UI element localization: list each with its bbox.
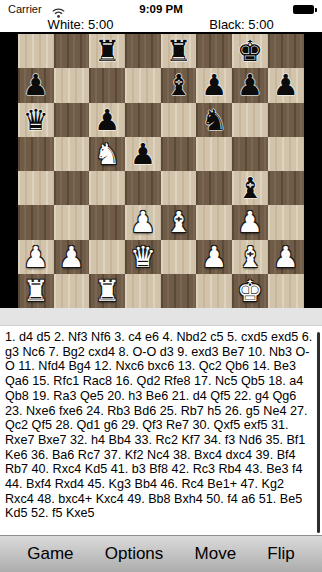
square-a1[interactable]: ♜ [18,274,54,308]
white-pawn: ♟ [23,240,49,274]
black-king: ♚ [237,34,263,68]
black-pawn: ♟ [237,68,263,102]
square-b8[interactable] [54,34,90,68]
square-h2[interactable]: ♟ [268,240,304,274]
square-b7[interactable] [54,68,90,102]
game-button[interactable]: Game [23,544,77,564]
square-f5[interactable] [196,137,232,171]
square-e7[interactable]: ♝ [161,68,197,102]
square-f3[interactable] [196,205,232,239]
black-knight: ♞ [201,103,227,137]
square-d4[interactable] [125,171,161,205]
white-bishop: ♝ [237,240,263,274]
white-queen: ♛ [130,240,156,274]
white-pawn: ♟ [273,240,299,274]
square-g4[interactable]: ♝ [232,171,268,205]
black-rook: ♜ [166,34,192,68]
black-queen: ♛ [23,103,49,137]
square-h7[interactable]: ♟ [268,68,304,102]
square-f4[interactable] [196,171,232,205]
white-pawn: ♟ [237,205,263,239]
black-clock: Black: 5:00 [161,18,322,32]
square-d8[interactable] [125,34,161,68]
white-pawn: ♟ [130,205,156,239]
square-b3[interactable] [54,205,90,239]
battery-icon [293,5,314,14]
square-a3[interactable] [18,205,54,239]
square-e3[interactable]: ♝ [161,205,197,239]
black-pawn: ♟ [130,137,156,171]
board-moves-divider [0,308,322,326]
black-pawn: ♟ [94,103,120,137]
square-h6[interactable] [268,103,304,137]
square-h4[interactable] [268,171,304,205]
square-a8[interactable] [18,34,54,68]
chess-board[interactable]: ♜♜♚♟♝♟♟♟♛♟♞♞♟♝♟♝♟♟♟♛♟♝♟♜♜♚ [18,34,304,308]
white-clock: White: 5:00 [0,18,161,32]
square-e2[interactable] [161,240,197,274]
black-pawn: ♟ [273,68,299,102]
square-c4[interactable] [89,171,125,205]
square-g7[interactable]: ♟ [232,68,268,102]
status-time: 9:09 PM [0,3,322,15]
clock-row: White: 5:00 Black: 5:00 [0,18,322,32]
flip-button[interactable]: Flip [263,544,298,564]
square-f8[interactable] [196,34,232,68]
black-pawn: ♟ [23,68,49,102]
square-e1[interactable] [161,274,197,308]
square-f7[interactable]: ♟ [196,68,232,102]
square-g8[interactable]: ♚ [232,34,268,68]
square-a4[interactable] [18,171,54,205]
square-c1[interactable]: ♜ [89,274,125,308]
square-b2[interactable]: ♟ [54,240,90,274]
white-bishop: ♝ [166,205,192,239]
square-b4[interactable] [54,171,90,205]
white-king: ♚ [237,274,263,308]
square-f6[interactable]: ♞ [196,103,232,137]
square-h3[interactable] [268,205,304,239]
board-frame: ♜♜♚♟♝♟♟♟♛♟♞♞♟♝♟♝♟♟♟♛♟♝♟♜♜♚ [0,32,322,308]
square-c8[interactable]: ♜ [89,34,125,68]
square-d5[interactable]: ♟ [125,137,161,171]
square-g2[interactable]: ♝ [232,240,268,274]
black-bishop: ♝ [166,68,192,102]
square-c2[interactable] [89,240,125,274]
square-b5[interactable] [54,137,90,171]
square-g6[interactable] [232,103,268,137]
square-d3[interactable]: ♟ [125,205,161,239]
black-rook: ♜ [94,34,120,68]
status-bar: Carrier 9:09 PM [0,0,322,18]
square-g3[interactable]: ♟ [232,205,268,239]
square-a5[interactable] [18,137,54,171]
square-d7[interactable] [125,68,161,102]
black-pawn: ♟ [201,68,227,102]
square-c3[interactable] [89,205,125,239]
square-d2[interactable]: ♛ [125,240,161,274]
square-e8[interactable]: ♜ [161,34,197,68]
square-c7[interactable] [89,68,125,102]
square-d1[interactable] [125,274,161,308]
square-a7[interactable]: ♟ [18,68,54,102]
scrollbar-thumb[interactable] [317,332,320,533]
options-button[interactable]: Options [101,544,168,564]
square-c5[interactable]: ♞ [89,137,125,171]
square-h8[interactable] [268,34,304,68]
move-list[interactable]: 1. d4 d5 2. Nf3 Nf6 3. c4 e6 4. Nbd2 c5 … [0,326,322,535]
square-b1[interactable] [54,274,90,308]
white-knight: ♞ [94,137,120,171]
white-pawn: ♟ [201,240,227,274]
square-c6[interactable]: ♟ [89,103,125,137]
white-pawn: ♟ [59,240,85,274]
square-f2[interactable]: ♟ [196,240,232,274]
chess-app-screen: Carrier 9:09 PM White: 5:00 Black: 5:00 … [0,0,322,572]
square-g1[interactable]: ♚ [232,274,268,308]
square-h5[interactable] [268,137,304,171]
bottom-toolbar: Game Options Move Flip [0,535,322,572]
move-button[interactable]: Move [191,544,241,564]
square-a2[interactable]: ♟ [18,240,54,274]
square-f1[interactable] [196,274,232,308]
square-e5[interactable] [161,137,197,171]
square-e6[interactable] [161,103,197,137]
square-d6[interactable] [125,103,161,137]
square-h1[interactable] [268,274,304,308]
black-bishop: ♝ [237,171,263,205]
square-b6[interactable] [54,103,90,137]
square-a6[interactable]: ♛ [18,103,54,137]
white-rook: ♜ [94,274,120,308]
white-rook: ♜ [23,274,49,308]
square-e4[interactable] [161,171,197,205]
square-g5[interactable] [232,137,268,171]
